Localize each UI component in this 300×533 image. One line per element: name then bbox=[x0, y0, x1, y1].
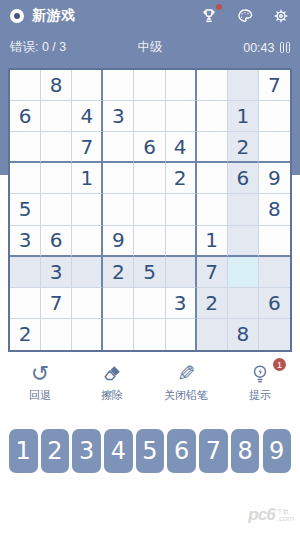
cell-r4c5[interactable] bbox=[134, 163, 165, 194]
cell-r7c7[interactable]: 7 bbox=[197, 257, 228, 288]
cell-r7c2[interactable]: 3 bbox=[41, 257, 72, 288]
cell-r8c4[interactable] bbox=[103, 288, 134, 319]
cell-r3c6[interactable]: 4 bbox=[166, 132, 197, 163]
cell-r1c4[interactable] bbox=[103, 70, 134, 101]
numpad-2[interactable]: 2 bbox=[41, 429, 70, 473]
cell-r5c1[interactable]: 5 bbox=[10, 194, 41, 225]
cell-r2c9[interactable] bbox=[259, 101, 290, 132]
cell-r8c9[interactable]: 6 bbox=[259, 288, 290, 319]
cell-r1c6[interactable] bbox=[166, 70, 197, 101]
cell-r8c1[interactable] bbox=[10, 288, 41, 319]
cell-r4c4[interactable] bbox=[103, 163, 134, 194]
cell-r3c9[interactable] bbox=[259, 132, 290, 163]
cell-r7c4[interactable]: 2 bbox=[103, 257, 134, 288]
hint-bulb-icon bbox=[249, 362, 271, 386]
cell-r9c2[interactable] bbox=[41, 319, 72, 350]
cell-r1c5[interactable] bbox=[134, 70, 165, 101]
cell-r9c7[interactable] bbox=[197, 319, 228, 350]
trophy-button[interactable] bbox=[200, 7, 218, 25]
numpad-3[interactable]: 3 bbox=[72, 429, 101, 473]
eraser-icon bbox=[101, 362, 123, 386]
cell-r9c8[interactable]: 8 bbox=[228, 319, 259, 350]
cell-r6c9[interactable] bbox=[259, 226, 290, 257]
cell-r2c3[interactable]: 4 bbox=[72, 101, 103, 132]
cell-r3c2[interactable] bbox=[41, 132, 72, 163]
cell-r5c5[interactable] bbox=[134, 194, 165, 225]
cell-r1c3[interactable] bbox=[72, 70, 103, 101]
cell-r9c3[interactable] bbox=[72, 319, 103, 350]
cell-r8c7[interactable]: 2 bbox=[197, 288, 228, 319]
cell-r7c1[interactable] bbox=[10, 257, 41, 288]
cell-r5c2[interactable] bbox=[41, 194, 72, 225]
cell-r4c7[interactable] bbox=[197, 163, 228, 194]
pencil-toggle-button[interactable]: ✎ 关闭铅笔 bbox=[164, 362, 208, 403]
cell-r3c3[interactable]: 7 bbox=[72, 132, 103, 163]
watermark: pc6 下载 .com bbox=[248, 506, 294, 523]
undo-button[interactable]: ↺ 回退 bbox=[20, 362, 60, 403]
cell-r7c8[interactable] bbox=[228, 257, 259, 288]
cell-r4c8[interactable]: 6 bbox=[228, 163, 259, 194]
new-game-icon bbox=[10, 9, 24, 23]
hint-count-badge: 1 bbox=[273, 358, 286, 371]
cell-r2c2[interactable] bbox=[41, 101, 72, 132]
cell-r2c6[interactable] bbox=[166, 101, 197, 132]
cell-r2c1[interactable]: 6 bbox=[10, 101, 41, 132]
cell-r5c7[interactable] bbox=[197, 194, 228, 225]
cell-r8c6[interactable]: 3 bbox=[166, 288, 197, 319]
difficulty-label: 中级 bbox=[103, 39, 196, 56]
cell-r4c6[interactable]: 2 bbox=[166, 163, 197, 194]
palette-icon bbox=[236, 7, 254, 25]
cell-r3c4[interactable] bbox=[103, 132, 134, 163]
cell-r4c3[interactable]: 1 bbox=[72, 163, 103, 194]
cell-r9c1[interactable]: 2 bbox=[10, 319, 41, 350]
numpad-9[interactable]: 9 bbox=[263, 429, 292, 473]
cell-r6c8[interactable] bbox=[228, 226, 259, 257]
cell-r5c6[interactable] bbox=[166, 194, 197, 225]
cell-r2c8[interactable]: 1 bbox=[228, 101, 259, 132]
mistakes-counter: 错误: 0 / 3 bbox=[10, 39, 103, 56]
cell-r3c5[interactable]: 6 bbox=[134, 132, 165, 163]
cell-r2c4[interactable]: 3 bbox=[103, 101, 134, 132]
cell-r4c2[interactable] bbox=[41, 163, 72, 194]
new-game-button[interactable]: 新游戏 bbox=[32, 7, 76, 25]
cell-r1c8[interactable] bbox=[228, 70, 259, 101]
cell-r5c9[interactable]: 8 bbox=[259, 194, 290, 225]
app-bar: 新游戏 bbox=[0, 0, 300, 30]
cell-r1c7[interactable] bbox=[197, 70, 228, 101]
number-pad: 123456789 bbox=[0, 429, 300, 473]
cell-r3c7[interactable] bbox=[197, 132, 228, 163]
cell-r6c5[interactable] bbox=[134, 226, 165, 257]
undo-icon: ↺ bbox=[31, 362, 49, 386]
cell-r7c5[interactable]: 5 bbox=[134, 257, 165, 288]
cell-r3c1[interactable] bbox=[10, 132, 41, 163]
erase-button[interactable]: 擦除 bbox=[92, 362, 132, 403]
numpad-8[interactable]: 8 bbox=[231, 429, 260, 473]
cell-r5c8[interactable] bbox=[228, 194, 259, 225]
cell-r2c7[interactable] bbox=[197, 101, 228, 132]
cell-r3c8[interactable]: 2 bbox=[228, 132, 259, 163]
cell-r1c2[interactable]: 8 bbox=[41, 70, 72, 101]
cell-r8c8[interactable] bbox=[228, 288, 259, 319]
toolbar: ↺ 回退 擦除 ✎ 关闭铅笔 1 bbox=[0, 362, 300, 403]
cell-r5c4[interactable] bbox=[103, 194, 134, 225]
cell-r7c3[interactable] bbox=[72, 257, 103, 288]
cell-r4c1[interactable] bbox=[10, 163, 41, 194]
settings-button[interactable] bbox=[272, 7, 290, 25]
cell-r4c9[interactable]: 9 bbox=[259, 163, 290, 194]
numpad-1[interactable]: 1 bbox=[9, 429, 38, 473]
cell-r6c4[interactable]: 9 bbox=[103, 226, 134, 257]
cell-r6c3[interactable] bbox=[72, 226, 103, 257]
numpad-4[interactable]: 4 bbox=[104, 429, 133, 473]
sudoku-board: 876431764212695836913257732628 bbox=[8, 68, 292, 352]
cell-r7c9[interactable] bbox=[259, 257, 290, 288]
cell-r9c6[interactable] bbox=[166, 319, 197, 350]
pencil-icon: ✎ bbox=[177, 362, 195, 386]
cell-r6c6[interactable] bbox=[166, 226, 197, 257]
cell-r6c2[interactable]: 6 bbox=[41, 226, 72, 257]
cell-r6c7[interactable]: 1 bbox=[197, 226, 228, 257]
cell-r9c9[interactable] bbox=[259, 319, 290, 350]
cell-r6c1[interactable]: 3 bbox=[10, 226, 41, 257]
cell-r8c3[interactable] bbox=[72, 288, 103, 319]
numpad-5[interactable]: 5 bbox=[136, 429, 165, 473]
timer: 00:43 bbox=[243, 41, 274, 55]
cell-r8c2[interactable]: 7 bbox=[41, 288, 72, 319]
hint-button[interactable]: 1 提示 bbox=[240, 362, 280, 403]
theme-button[interactable] bbox=[236, 7, 254, 25]
cell-r1c9[interactable]: 7 bbox=[259, 70, 290, 101]
pause-button[interactable] bbox=[280, 42, 290, 53]
numpad-7[interactable]: 7 bbox=[199, 429, 228, 473]
numpad-6[interactable]: 6 bbox=[167, 429, 196, 473]
cell-r1c1[interactable] bbox=[10, 70, 41, 101]
cell-r5c3[interactable] bbox=[72, 194, 103, 225]
trophy-icon bbox=[200, 7, 218, 25]
cell-r9c5[interactable] bbox=[134, 319, 165, 350]
cell-r2c5[interactable] bbox=[134, 101, 165, 132]
gear-icon bbox=[272, 7, 290, 25]
cell-r7c6[interactable] bbox=[166, 257, 197, 288]
status-bar: 错误: 0 / 3 中级 00:43 bbox=[0, 39, 300, 56]
cell-r9c4[interactable] bbox=[103, 319, 134, 350]
notification-dot bbox=[216, 4, 222, 10]
cell-r8c5[interactable] bbox=[134, 288, 165, 319]
